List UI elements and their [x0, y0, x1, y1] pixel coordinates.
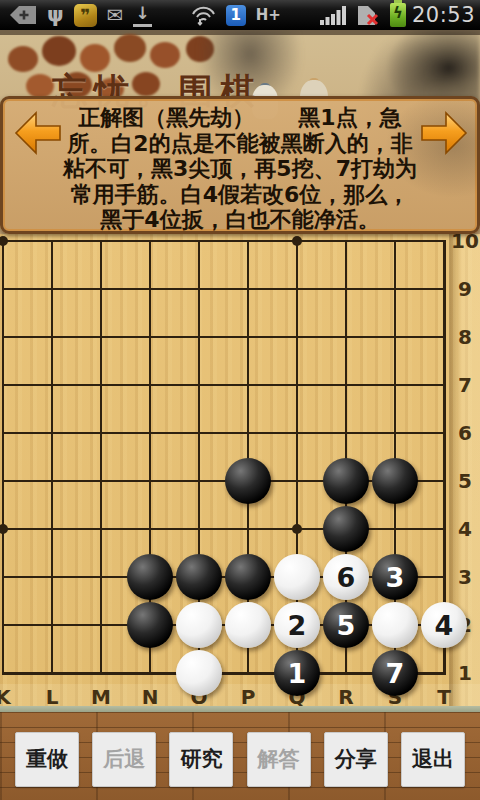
stone-white-Q3	[274, 554, 320, 600]
message-icon: ✉	[107, 3, 124, 27]
undo-button[interactable]: 后退	[92, 732, 156, 787]
stone-black-O3	[176, 554, 222, 600]
clock: 20:53	[412, 3, 475, 27]
grid-line-horizontal	[2, 288, 446, 290]
stone-number: 5	[337, 612, 356, 639]
stone-white-T2: 4	[421, 602, 467, 648]
board-bottom-edge	[0, 706, 480, 712]
coordinate-label-row: 6	[450, 421, 480, 445]
stone-black-Q1: 1	[274, 650, 320, 696]
coordinate-label-row: 10	[450, 234, 480, 253]
solution-line: 黑于4位扳，白也不能净活。	[3, 207, 477, 233]
stone-number: 7	[386, 660, 405, 687]
wifi-transfer-icon	[191, 4, 216, 26]
research-button[interactable]: 研究	[169, 732, 233, 787]
coordinate-label-row: 1	[450, 661, 480, 685]
grid-line-vertical	[2, 240, 4, 675]
stone-number: 6	[337, 564, 356, 591]
coordinate-label-row: 5	[450, 469, 480, 493]
stone-white-S2	[372, 602, 418, 648]
next-arrow-button[interactable]	[420, 110, 468, 156]
coordinate-label-row: 9	[450, 277, 480, 301]
download-icon: ↓	[133, 3, 151, 27]
grid-line-horizontal	[2, 432, 446, 434]
network-type-label: H+	[256, 6, 281, 24]
grid-line-vertical	[51, 240, 53, 675]
go-board[interactable]: KLMNOPQRST123456789106325417	[0, 234, 480, 712]
grid-line-horizontal	[2, 384, 446, 386]
stone-number: 3	[386, 564, 405, 591]
stone-black-S3: 3	[372, 554, 418, 600]
stone-white-R3: 6	[323, 554, 369, 600]
stone-black-R4	[323, 506, 369, 552]
battery-icon: ϟ	[390, 3, 406, 27]
gold-app-icon: ❞	[74, 4, 97, 27]
stone-black-R5	[323, 458, 369, 504]
prev-arrow-button[interactable]	[14, 110, 62, 156]
back-tag-icon	[10, 5, 37, 25]
grid-line-vertical	[100, 240, 102, 675]
redo-button[interactable]: 重做	[15, 732, 79, 787]
stone-white-Q2: 2	[274, 602, 320, 648]
star-point	[292, 236, 302, 246]
stone-black-R2: 5	[323, 602, 369, 648]
coordinate-label-row: 8	[450, 325, 480, 349]
stone-black-S5	[372, 458, 418, 504]
star-point	[292, 524, 302, 534]
grid-line-horizontal	[2, 336, 446, 338]
share-button[interactable]: 分享	[324, 732, 388, 787]
solution-panel: 正解图（黑先劫） 黑1点，急 所。白2的点是不能被黑断入的，非 粘不可，黑3尖顶…	[0, 96, 480, 234]
app-screen: ψ ❞ ✉ ↓ 1 H+ ϟ 20:53	[0, 0, 480, 800]
stone-white-O1	[176, 650, 222, 696]
stone-number: 4	[435, 612, 454, 639]
download-arrow: ↓	[135, 3, 149, 23]
solution-line: 正解图（黑先劫） 黑1点，急	[3, 105, 477, 131]
stone-number: 2	[288, 612, 307, 639]
stone-black-P3	[225, 554, 271, 600]
coordinate-label-row: 3	[450, 565, 480, 589]
solution-line: 常用手筋。白4假若改6位，那么，	[3, 182, 477, 208]
signal-bars-icon	[320, 6, 347, 25]
stone-black-N2	[127, 602, 173, 648]
bottom-toolbar: 重做 后退 研究 解答 分享 退出	[0, 712, 480, 800]
charging-bolt-icon: ϟ	[390, 4, 406, 22]
stone-white-P2	[225, 602, 271, 648]
stone-black-N3	[127, 554, 173, 600]
sim1-badge: 1	[226, 5, 246, 26]
solution-text: 正解图（黑先劫） 黑1点，急 所。白2的点是不能被黑断入的，非 粘不可，黑3尖顶…	[3, 105, 477, 233]
star-point	[0, 524, 8, 534]
sim-error-icon	[357, 5, 380, 26]
stone-black-P5	[225, 458, 271, 504]
grid-line-horizontal	[2, 240, 446, 242]
exit-button[interactable]: 退出	[401, 732, 465, 787]
solution-line: 所。白2的点是不能被黑断入的，非	[3, 131, 477, 157]
coordinate-label-row: 4	[450, 517, 480, 541]
grid-line-horizontal	[2, 528, 446, 530]
stone-number: 1	[288, 660, 307, 687]
answer-button[interactable]: 解答	[247, 732, 311, 787]
android-status-bar[interactable]: ψ ❞ ✉ ↓ 1 H+ ϟ 20:53	[0, 0, 480, 30]
coordinate-label-row: 7	[450, 373, 480, 397]
solution-line: 粘不可，黑3尖顶，再5挖、7打劫为	[3, 156, 477, 182]
stone-black-S1: 7	[372, 650, 418, 696]
stone-white-O2	[176, 602, 222, 648]
usb-icon: ψ	[47, 3, 64, 27]
star-point	[0, 236, 8, 246]
